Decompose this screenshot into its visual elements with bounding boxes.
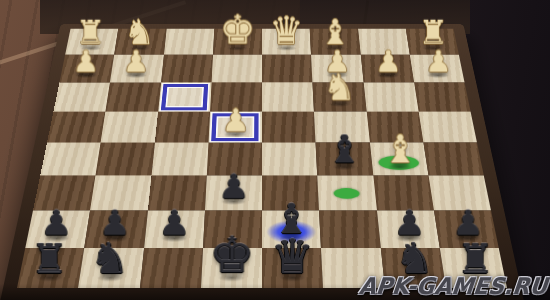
square-f4[interactable]: [155, 112, 210, 143]
square-e8[interactable]: ♚: [201, 248, 262, 288]
square-h2[interactable]: ♟: [59, 55, 114, 83]
white-knight-c3[interactable]: ♞: [314, 69, 366, 105]
white-pawn-a2[interactable]: ♟: [413, 47, 463, 77]
square-c3[interactable]: ♞: [313, 82, 367, 111]
black-pawn-e6[interactable]: ♟: [205, 170, 262, 203]
white-queen-d1[interactable]: ♛: [262, 11, 311, 49]
white-king-e1[interactable]: ♚: [213, 10, 262, 50]
square-c7[interactable]: [319, 211, 380, 248]
white-pawn-h2[interactable]: ♟: [61, 47, 111, 77]
move-target-c6[interactable]: [333, 188, 360, 199]
black-knight-g8[interactable]: ♞: [80, 237, 141, 280]
square-d4[interactable]: [262, 112, 316, 143]
square-c5[interactable]: ♝: [316, 143, 373, 176]
square-f3[interactable]: [158, 82, 212, 111]
square-c6[interactable]: [317, 175, 376, 210]
square-h5[interactable]: [40, 143, 101, 176]
square-g4[interactable]: [101, 112, 158, 143]
square-h8[interactable]: ♜: [17, 248, 84, 288]
square-e1[interactable]: ♚: [213, 29, 262, 55]
black-queen-d8[interactable]: ♛: [262, 232, 323, 280]
square-g5[interactable]: [96, 143, 155, 176]
square-e2[interactable]: [211, 55, 262, 83]
square-a5[interactable]: [423, 143, 484, 176]
square-h3[interactable]: [53, 82, 110, 111]
square-d5[interactable]: [262, 143, 317, 176]
square-d1[interactable]: ♛: [262, 29, 311, 55]
square-f7[interactable]: ♟: [144, 211, 205, 248]
chess-app-screen: ♜♞♚♛♝♜♟♟♟♟♟♞♟♝♝♟♟♟♟♝♟♟♜♞♚♛♞♜ APK-GAMES.R…: [0, 0, 550, 300]
chess-board-frame: ♜♞♚♛♝♜♟♟♟♟♟♞♟♝♝♟♟♟♟♝♟♟♜♞♚♛♞♜: [0, 24, 525, 300]
square-g2[interactable]: ♟: [110, 55, 163, 83]
white-pawn-g2[interactable]: ♟: [111, 47, 161, 77]
square-f2[interactable]: [161, 55, 213, 83]
square-b2[interactable]: ♟: [360, 55, 413, 83]
square-a2[interactable]: ♟: [410, 55, 465, 83]
square-g3[interactable]: [106, 82, 161, 111]
white-pawn-b2[interactable]: ♟: [363, 47, 413, 77]
square-d2[interactable]: [262, 55, 313, 83]
square-b5[interactable]: ♝: [369, 143, 428, 176]
black-pawn-f7[interactable]: ♟: [144, 206, 203, 241]
square-a3[interactable]: [414, 82, 471, 111]
square-e6[interactable]: ♟: [205, 175, 262, 210]
square-f1[interactable]: [164, 29, 215, 55]
square-d8[interactable]: ♛: [262, 248, 323, 288]
square-f8[interactable]: [140, 248, 203, 288]
black-bishop-c5[interactable]: ♝: [317, 130, 372, 169]
square-d3[interactable]: [262, 82, 314, 111]
chess-board[interactable]: ♜♞♚♛♝♜♟♟♟♟♟♞♟♝♝♟♟♟♟♝♟♟♜♞♚♛♞♜: [17, 29, 507, 288]
square-h4[interactable]: [47, 112, 106, 143]
white-bishop-b5[interactable]: ♝: [372, 130, 427, 169]
square-f5[interactable]: [151, 143, 208, 176]
square-b3[interactable]: [363, 82, 418, 111]
last-move-highlight-f3: [161, 84, 208, 110]
black-king-e8[interactable]: ♚: [201, 230, 262, 280]
watermark-text: APK-GAMES.RU: [357, 274, 548, 300]
black-rook-h8[interactable]: ♜: [19, 239, 80, 280]
white-pawn-e4[interactable]: ♟: [209, 105, 262, 136]
square-e4[interactable]: ♟: [208, 112, 262, 143]
square-g8[interactable]: ♞: [78, 248, 143, 288]
